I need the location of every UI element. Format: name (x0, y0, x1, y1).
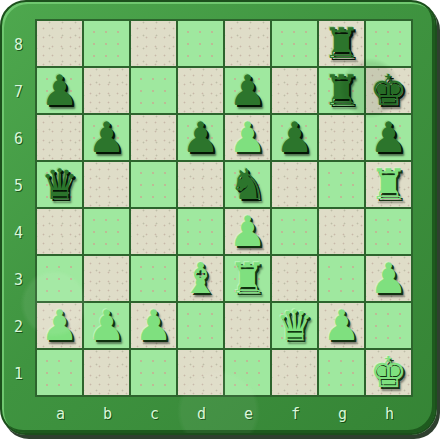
square-e3[interactable]: ♜ (225, 256, 270, 301)
rank-label-3: 3 (2, 256, 35, 303)
square-f8[interactable] (272, 21, 317, 66)
square-c1[interactable] (131, 350, 176, 395)
square-h1[interactable]: ♚ (366, 350, 411, 395)
square-e1[interactable] (225, 350, 270, 395)
square-c6[interactable] (131, 115, 176, 160)
file-label-f: f (272, 405, 319, 423)
square-g4[interactable] (319, 209, 364, 254)
square-h6[interactable]: ♟ (366, 115, 411, 160)
piece-black-pawn[interactable]: ♟ (229, 68, 267, 113)
square-b8[interactable] (84, 21, 129, 66)
square-d1[interactable] (178, 350, 223, 395)
board-frame: 87654321 ♜♟♟♜♚♟♟♟♟♟♛♞♜♟♝♜♟♟♟♟♛♟♚ abcdefg… (0, 0, 437, 435)
square-d7[interactable] (178, 68, 223, 113)
square-b4[interactable] (84, 209, 129, 254)
rank-label-6: 6 (2, 115, 35, 162)
square-f4[interactable] (272, 209, 317, 254)
square-a6[interactable] (37, 115, 82, 160)
square-a3[interactable] (37, 256, 82, 301)
square-c8[interactable] (131, 21, 176, 66)
square-c5[interactable] (131, 162, 176, 207)
piece-white-pawn[interactable]: ♟ (229, 115, 267, 160)
piece-black-knight[interactable]: ♞ (229, 162, 267, 207)
piece-white-king[interactable]: ♚ (370, 350, 408, 395)
square-e6[interactable]: ♟ (225, 115, 270, 160)
square-b7[interactable] (84, 68, 129, 113)
rank-label-1: 1 (2, 350, 35, 397)
square-d2[interactable] (178, 303, 223, 348)
rank-label-4: 4 (2, 209, 35, 256)
piece-white-rook[interactable]: ♜ (370, 162, 408, 207)
file-label-b: b (84, 405, 131, 423)
square-b1[interactable] (84, 350, 129, 395)
square-c4[interactable] (131, 209, 176, 254)
square-a7[interactable]: ♟ (37, 68, 82, 113)
square-g5[interactable] (319, 162, 364, 207)
piece-black-pawn[interactable]: ♟ (88, 115, 126, 160)
square-e5[interactable]: ♞ (225, 162, 270, 207)
square-g3[interactable] (319, 256, 364, 301)
square-b6[interactable]: ♟ (84, 115, 129, 160)
piece-black-pawn[interactable]: ♟ (41, 68, 79, 113)
piece-white-pawn[interactable]: ♟ (41, 303, 79, 348)
file-label-a: a (37, 405, 84, 423)
square-e4[interactable]: ♟ (225, 209, 270, 254)
square-c3[interactable] (131, 256, 176, 301)
piece-white-bishop[interactable]: ♝ (182, 256, 220, 301)
square-a8[interactable] (37, 21, 82, 66)
file-label-g: g (319, 405, 366, 423)
square-a1[interactable] (37, 350, 82, 395)
piece-black-king[interactable]: ♚ (370, 68, 408, 113)
square-d3[interactable]: ♝ (178, 256, 223, 301)
square-d4[interactable] (178, 209, 223, 254)
square-f2[interactable]: ♛ (272, 303, 317, 348)
rank-label-2: 2 (2, 303, 35, 350)
square-a2[interactable]: ♟ (37, 303, 82, 348)
rank-label-8: 8 (2, 21, 35, 68)
square-a4[interactable] (37, 209, 82, 254)
square-b2[interactable]: ♟ (84, 303, 129, 348)
piece-white-pawn[interactable]: ♟ (229, 209, 267, 254)
square-e8[interactable] (225, 21, 270, 66)
square-g6[interactable] (319, 115, 364, 160)
square-d5[interactable] (178, 162, 223, 207)
piece-black-rook[interactable]: ♜ (323, 21, 361, 66)
file-label-c: c (131, 405, 178, 423)
piece-white-pawn[interactable]: ♟ (370, 256, 408, 301)
square-e7[interactable]: ♟ (225, 68, 270, 113)
square-a5[interactable]: ♛ (37, 162, 82, 207)
square-g1[interactable] (319, 350, 364, 395)
board[interactable]: ♜♟♟♜♚♟♟♟♟♟♛♞♜♟♝♜♟♟♟♟♛♟♚ (35, 19, 413, 397)
file-label-d: d (178, 405, 225, 423)
square-c2[interactable]: ♟ (131, 303, 176, 348)
piece-black-pawn[interactable]: ♟ (276, 115, 314, 160)
square-e2[interactable] (225, 303, 270, 348)
square-h8[interactable] (366, 21, 411, 66)
piece-black-pawn[interactable]: ♟ (370, 115, 408, 160)
square-f3[interactable] (272, 256, 317, 301)
square-f5[interactable] (272, 162, 317, 207)
rank-labels: 87654321 (2, 21, 35, 397)
file-labels: abcdefgh (37, 405, 413, 423)
square-c7[interactable] (131, 68, 176, 113)
piece-black-rook[interactable]: ♜ (323, 68, 361, 113)
square-g7[interactable]: ♜ (319, 68, 364, 113)
piece-white-pawn[interactable]: ♟ (88, 303, 126, 348)
rank-label-7: 7 (2, 68, 35, 115)
square-f6[interactable]: ♟ (272, 115, 317, 160)
piece-white-pawn[interactable]: ♟ (323, 303, 361, 348)
square-f7[interactable] (272, 68, 317, 113)
piece-white-pawn[interactable]: ♟ (135, 303, 173, 348)
piece-black-queen[interactable]: ♛ (41, 162, 79, 207)
square-h5[interactable]: ♜ (366, 162, 411, 207)
square-d6[interactable]: ♟ (178, 115, 223, 160)
square-f1[interactable] (272, 350, 317, 395)
file-label-h: h (366, 405, 413, 423)
square-h3[interactable]: ♟ (366, 256, 411, 301)
square-b3[interactable] (84, 256, 129, 301)
square-g8[interactable]: ♜ (319, 21, 364, 66)
square-d8[interactable] (178, 21, 223, 66)
piece-white-rook[interactable]: ♜ (229, 256, 267, 301)
square-h7[interactable]: ♚ (366, 68, 411, 113)
square-h4[interactable] (366, 209, 411, 254)
square-b5[interactable] (84, 162, 129, 207)
rank-label-5: 5 (2, 162, 35, 209)
square-h2[interactable] (366, 303, 411, 348)
square-g2[interactable]: ♟ (319, 303, 364, 348)
piece-black-pawn[interactable]: ♟ (182, 115, 220, 160)
piece-white-queen[interactable]: ♛ (276, 303, 314, 348)
file-label-e: e (225, 405, 272, 423)
